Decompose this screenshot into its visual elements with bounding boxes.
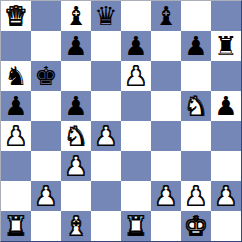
- square-h4[interactable]: [211, 121, 241, 151]
- square-f5[interactable]: [151, 91, 181, 121]
- white-queen-a8[interactable]: ♛: [1, 1, 31, 31]
- white-pawn-d4[interactable]: ♟: [91, 121, 121, 151]
- square-e2[interactable]: [121, 181, 151, 211]
- black-pawn-a5[interactable]: ♟: [1, 91, 31, 121]
- square-f8[interactable]: ♝: [151, 1, 181, 31]
- square-a6[interactable]: ♞: [1, 61, 31, 91]
- square-e6[interactable]: ♟: [121, 61, 151, 91]
- white-rook-a1[interactable]: ♜: [1, 211, 31, 241]
- square-e1[interactable]: ♜: [121, 211, 151, 241]
- square-c3[interactable]: ♟: [61, 151, 91, 181]
- square-h8[interactable]: [211, 1, 241, 31]
- square-a2[interactable]: [1, 181, 31, 211]
- square-h6[interactable]: [211, 61, 241, 91]
- square-c5[interactable]: ♟: [61, 91, 91, 121]
- square-a8[interactable]: ♛: [1, 1, 31, 31]
- square-c7[interactable]: ♟: [61, 31, 91, 61]
- white-rook-e1[interactable]: ♜: [121, 211, 151, 241]
- black-pawn-c5[interactable]: ♟: [61, 91, 91, 121]
- square-f1[interactable]: [151, 211, 181, 241]
- white-pawn-h2[interactable]: ♟: [211, 181, 241, 211]
- white-pawn-e6[interactable]: ♟: [121, 61, 151, 91]
- square-g8[interactable]: [181, 1, 211, 31]
- black-pawn-c7[interactable]: ♟: [61, 31, 91, 61]
- white-pawn-g2[interactable]: ♟: [181, 181, 211, 211]
- square-a3[interactable]: [1, 151, 31, 181]
- square-b5[interactable]: [31, 91, 61, 121]
- square-h7[interactable]: ♜: [211, 31, 241, 61]
- square-e5[interactable]: [121, 91, 151, 121]
- white-knight-g5[interactable]: ♞: [181, 91, 211, 121]
- square-d1[interactable]: [91, 211, 121, 241]
- square-d8[interactable]: ♛: [91, 1, 121, 31]
- square-f6[interactable]: [151, 61, 181, 91]
- white-bishop-c1[interactable]: ♝: [61, 211, 91, 241]
- black-bishop-f8[interactable]: ♝: [151, 1, 181, 31]
- black-pawn-e7[interactable]: ♟: [121, 31, 151, 61]
- square-b6[interactable]: ♚: [31, 61, 61, 91]
- square-d7[interactable]: [91, 31, 121, 61]
- square-a7[interactable]: [1, 31, 31, 61]
- square-h3[interactable]: [211, 151, 241, 181]
- chess-board-container: ♛♝♛♝♟♟♟♜♞♚♟♟♟♞♟♟♞♟♟♟♟♟♟♜♝♜♚: [0, 0, 242, 242]
- square-b4[interactable]: [31, 121, 61, 151]
- square-e8[interactable]: [121, 1, 151, 31]
- white-king-g1[interactable]: ♚: [181, 211, 211, 241]
- square-c2[interactable]: [61, 181, 91, 211]
- square-b7[interactable]: [31, 31, 61, 61]
- black-rook-h7[interactable]: ♜: [211, 31, 241, 61]
- square-g5[interactable]: ♞: [181, 91, 211, 121]
- square-g6[interactable]: [181, 61, 211, 91]
- square-g1[interactable]: ♚: [181, 211, 211, 241]
- square-d6[interactable]: [91, 61, 121, 91]
- square-b1[interactable]: [31, 211, 61, 241]
- square-b8[interactable]: [31, 1, 61, 31]
- black-queen-d8[interactable]: ♛: [91, 1, 121, 31]
- square-e4[interactable]: [121, 121, 151, 151]
- square-f7[interactable]: [151, 31, 181, 61]
- square-f4[interactable]: [151, 121, 181, 151]
- square-g3[interactable]: [181, 151, 211, 181]
- white-pawn-b2[interactable]: ♟: [31, 181, 61, 211]
- square-d5[interactable]: [91, 91, 121, 121]
- black-bishop-c8[interactable]: ♝: [61, 1, 91, 31]
- square-a5[interactable]: ♟: [1, 91, 31, 121]
- square-c6[interactable]: [61, 61, 91, 91]
- square-h5[interactable]: ♟: [211, 91, 241, 121]
- square-c1[interactable]: ♝: [61, 211, 91, 241]
- square-g2[interactable]: ♟: [181, 181, 211, 211]
- black-pawn-g7[interactable]: ♟: [181, 31, 211, 61]
- square-c8[interactable]: ♝: [61, 1, 91, 31]
- square-h2[interactable]: ♟: [211, 181, 241, 211]
- square-b3[interactable]: [31, 151, 61, 181]
- black-knight-a6[interactable]: ♞: [1, 61, 31, 91]
- black-pawn-h5[interactable]: ♟: [211, 91, 241, 121]
- square-f2[interactable]: ♟: [151, 181, 181, 211]
- square-g7[interactable]: ♟: [181, 31, 211, 61]
- square-a4[interactable]: ♟: [1, 121, 31, 151]
- square-d3[interactable]: [91, 151, 121, 181]
- square-d4[interactable]: ♟: [91, 121, 121, 151]
- white-pawn-a4[interactable]: ♟: [1, 121, 31, 151]
- square-c4[interactable]: ♞: [61, 121, 91, 151]
- square-h1[interactable]: [211, 211, 241, 241]
- square-b2[interactable]: ♟: [31, 181, 61, 211]
- white-pawn-c3[interactable]: ♟: [61, 151, 91, 181]
- chess-board: ♛♝♛♝♟♟♟♜♞♚♟♟♟♞♟♟♞♟♟♟♟♟♟♜♝♜♚: [0, 0, 242, 242]
- square-d2[interactable]: [91, 181, 121, 211]
- square-f3[interactable]: [151, 151, 181, 181]
- square-g4[interactable]: [181, 121, 211, 151]
- square-e7[interactable]: ♟: [121, 31, 151, 61]
- white-knight-c4[interactable]: ♞: [61, 121, 91, 151]
- black-king-b6[interactable]: ♚: [31, 61, 61, 91]
- square-e3[interactable]: [121, 151, 151, 181]
- square-a1[interactable]: ♜: [1, 211, 31, 241]
- white-pawn-f2[interactable]: ♟: [151, 181, 181, 211]
